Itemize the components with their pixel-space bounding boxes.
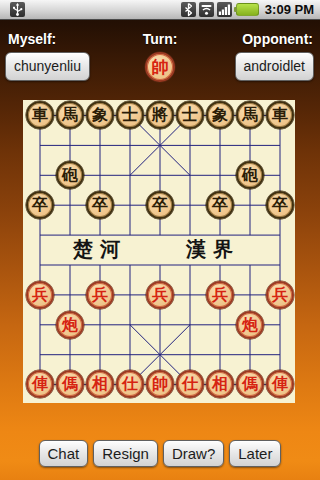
piece-black[interactable]: 砲 [56,161,84,189]
piece-black[interactable]: 砲 [236,161,264,189]
piece-red[interactable]: 傌 [56,370,84,398]
piece-red[interactable]: 炮 [56,311,84,339]
xiangqi-board[interactable]: 楚河 漢界 車馬象士將士象馬車砲砲卒卒卒卒卒兵兵兵兵兵炮炮俥傌相仕帥仕相傌俥 [23,100,295,403]
piece-grid: 車馬象士將士象馬車砲砲卒卒卒卒卒兵兵兵兵兵炮炮俥傌相仕帥仕相傌俥 [25,101,295,400]
status-bar: 3:09 PM [0,0,320,20]
piece-black[interactable]: 象 [86,101,114,129]
wifi-icon [196,2,214,17]
piece-red[interactable]: 相 [206,370,234,398]
chat-button[interactable]: Chat [39,440,89,467]
piece-red[interactable]: 俥 [266,370,294,398]
piece-black[interactable]: 將 [146,101,174,129]
bluetooth-icon [178,2,196,17]
piece-red[interactable]: 仕 [116,370,144,398]
later-button[interactable]: Later [229,440,281,467]
action-bar: Chat Resign Draw? Later [0,440,320,467]
piece-black[interactable]: 士 [176,101,204,129]
piece-red[interactable]: 兵 [26,281,54,309]
piece-red[interactable]: 相 [86,370,114,398]
myself-name-button[interactable]: chunyenliu [5,52,90,81]
piece-black[interactable]: 卒 [26,191,54,219]
piece-black[interactable]: 士 [116,101,144,129]
opponent-name-button[interactable]: androidlet [235,52,315,81]
piece-black[interactable]: 馬 [56,101,84,129]
status-time: 3:09 PM [265,2,314,17]
piece-red[interactable]: 兵 [266,281,294,309]
piece-red[interactable]: 兵 [86,281,114,309]
draw-button[interactable]: Draw? [163,440,224,467]
piece-red[interactable]: 帥 [146,370,174,398]
piece-black[interactable]: 馬 [236,101,264,129]
piece-black[interactable]: 車 [26,101,54,129]
piece-red[interactable]: 俥 [26,370,54,398]
resign-button[interactable]: Resign [93,440,158,467]
opponent-label: Opponent: [242,31,313,47]
piece-black[interactable]: 卒 [206,191,234,219]
piece-red[interactable]: 兵 [146,281,174,309]
piece-red[interactable]: 兵 [206,281,234,309]
turn-indicator-piece: 帥 [145,52,175,82]
piece-black[interactable]: 象 [206,101,234,129]
signal-strength-icon [214,2,232,17]
battery-icon [236,3,259,16]
piece-red[interactable]: 傌 [236,370,264,398]
usb-icon [7,2,25,17]
piece-red[interactable]: 炮 [236,311,264,339]
app-screen: 3:09 PM Myself: Turn: Opponent: chunyenl… [0,0,320,480]
piece-red[interactable]: 仕 [176,370,204,398]
piece-black[interactable]: 車 [266,101,294,129]
piece-black[interactable]: 卒 [86,191,114,219]
piece-black[interactable]: 卒 [146,191,174,219]
piece-black[interactable]: 卒 [266,191,294,219]
